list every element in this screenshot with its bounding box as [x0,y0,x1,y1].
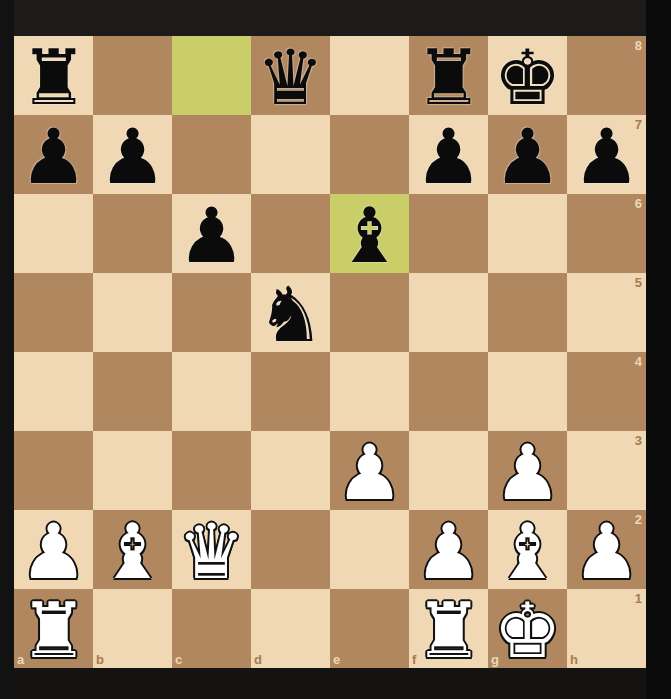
square-d3[interactable] [251,431,330,510]
file-label-e: e [333,653,340,666]
square-d1[interactable]: d [251,589,330,668]
square-d7[interactable] [251,115,330,194]
square-c1[interactable]: c [172,589,251,668]
square-b3[interactable] [93,431,172,510]
square-c7[interactable] [172,115,251,194]
square-a8[interactable]: ♜ [14,36,93,115]
square-a5[interactable] [14,273,93,352]
square-g5[interactable] [488,273,567,352]
black-knight[interactable]: ♞ [256,275,324,354]
square-e1[interactable]: e [330,589,409,668]
square-h5[interactable]: 5 [567,273,646,352]
black-pawn[interactable]: ♟ [572,117,640,196]
chess-board: ♜♛♜♚8♟♟♟♟7♟♟♝6♞54♟♟3♟♝♛♟♝2♟a♜bcdef♜g♚1h [14,36,646,668]
white-bishop[interactable]: ♝ [98,512,166,591]
white-rook[interactable]: ♜ [414,591,482,670]
square-b7[interactable]: ♟ [93,115,172,194]
square-e8[interactable] [330,36,409,115]
square-d8[interactable]: ♛ [251,36,330,115]
square-d5[interactable]: ♞ [251,273,330,352]
square-f8[interactable]: ♜ [409,36,488,115]
white-queen[interactable]: ♛ [177,512,245,591]
white-pawn[interactable]: ♟ [19,512,87,591]
black-pawn[interactable]: ♟ [98,117,166,196]
square-b4[interactable] [93,352,172,431]
square-f1[interactable]: f♜ [409,589,488,668]
black-pawn[interactable]: ♟ [414,117,482,196]
black-pawn[interactable]: ♟ [19,117,87,196]
square-h4[interactable]: 4 [567,352,646,431]
square-f3[interactable] [409,431,488,510]
square-a4[interactable] [14,352,93,431]
square-e2[interactable] [330,510,409,589]
square-h2[interactable]: 2♟ [567,510,646,589]
square-a3[interactable] [14,431,93,510]
square-g6[interactable] [488,194,567,273]
file-label-b: b [96,653,104,666]
app-background: ♜♛♜♚8♟♟♟♟7♟♟♝6♞54♟♟3♟♝♛♟♝2♟a♜bcdef♜g♚1h [0,0,671,699]
right-margin [646,0,671,699]
square-a2[interactable]: ♟ [14,510,93,589]
white-pawn[interactable]: ♟ [493,433,561,512]
square-b2[interactable]: ♝ [93,510,172,589]
square-b1[interactable]: b [93,589,172,668]
square-e3[interactable]: ♟ [330,431,409,510]
square-c5[interactable] [172,273,251,352]
square-d6[interactable] [251,194,330,273]
square-h6[interactable]: 6 [567,194,646,273]
square-e5[interactable] [330,273,409,352]
rank-label-1: 1 [635,592,642,605]
square-h1[interactable]: 1h [567,589,646,668]
black-rook[interactable]: ♜ [414,38,482,117]
rank-label-4: 4 [635,355,642,368]
file-label-d: d [254,653,262,666]
square-c2[interactable]: ♛ [172,510,251,589]
square-b8[interactable] [93,36,172,115]
square-e7[interactable] [330,115,409,194]
square-f6[interactable] [409,194,488,273]
square-e4[interactable] [330,352,409,431]
square-f4[interactable] [409,352,488,431]
rank-label-3: 3 [635,434,642,447]
rank-label-5: 5 [635,276,642,289]
white-rook[interactable]: ♜ [19,591,87,670]
square-f5[interactable] [409,273,488,352]
square-d2[interactable] [251,510,330,589]
square-c3[interactable] [172,431,251,510]
square-g1[interactable]: g♚ [488,589,567,668]
white-pawn[interactable]: ♟ [414,512,482,591]
square-c6[interactable]: ♟ [172,194,251,273]
square-g7[interactable]: ♟ [488,115,567,194]
black-bishop[interactable]: ♝ [335,196,403,275]
square-f7[interactable]: ♟ [409,115,488,194]
white-king[interactable]: ♚ [493,591,561,670]
square-h3[interactable]: 3 [567,431,646,510]
square-a6[interactable] [14,194,93,273]
square-c4[interactable] [172,352,251,431]
square-d4[interactable] [251,352,330,431]
black-pawn[interactable]: ♟ [493,117,561,196]
square-c8[interactable] [172,36,251,115]
square-h7[interactable]: 7♟ [567,115,646,194]
white-pawn[interactable]: ♟ [335,433,403,512]
black-rook[interactable]: ♜ [19,38,87,117]
square-f2[interactable]: ♟ [409,510,488,589]
square-a1[interactable]: a♜ [14,589,93,668]
square-g8[interactable]: ♚ [488,36,567,115]
file-label-c: c [175,653,182,666]
left-margin [0,0,14,699]
file-label-h: h [570,653,578,666]
rank-label-6: 6 [635,197,642,210]
black-pawn[interactable]: ♟ [177,196,245,275]
square-g4[interactable] [488,352,567,431]
square-g3[interactable]: ♟ [488,431,567,510]
square-b5[interactable] [93,273,172,352]
square-h8[interactable]: 8 [567,36,646,115]
white-pawn[interactable]: ♟ [572,512,640,591]
square-a7[interactable]: ♟ [14,115,93,194]
rank-label-8: 8 [635,39,642,52]
black-king[interactable]: ♚ [493,38,561,117]
square-e6[interactable]: ♝ [330,194,409,273]
square-g2[interactable]: ♝ [488,510,567,589]
square-b6[interactable] [93,194,172,273]
white-bishop[interactable]: ♝ [493,512,561,591]
black-queen[interactable]: ♛ [256,38,324,117]
